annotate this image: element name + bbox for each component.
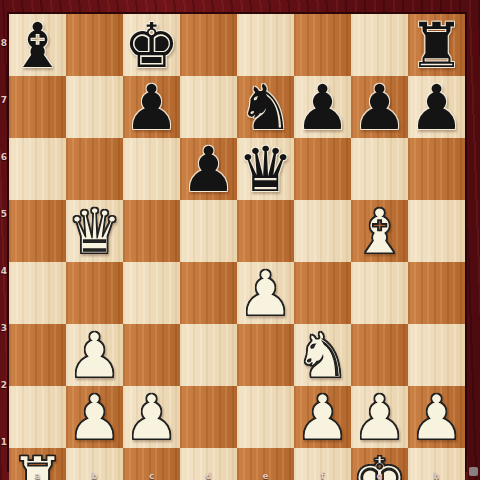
square-a3[interactable] [9,324,66,386]
file-label-h: h [408,472,465,480]
white-pawn-g2[interactable]: ♟ [352,387,408,449]
square-e2[interactable] [237,386,294,448]
square-d7[interactable] [180,76,237,138]
square-h2[interactable]: ♟ [408,386,465,448]
rank-label-5: 5 [0,209,8,219]
square-c6[interactable] [123,138,180,200]
square-a8[interactable]: ♝ [9,14,66,76]
square-f8[interactable] [294,14,351,76]
square-f6[interactable] [294,138,351,200]
square-h7[interactable]: ♟ [408,76,465,138]
square-a5[interactable] [9,200,66,262]
square-b7[interactable] [66,76,123,138]
white-pawn-c2[interactable]: ♟ [124,387,180,449]
white-pawn-h2[interactable]: ♟ [409,387,465,449]
square-a4[interactable] [9,262,66,324]
black-king-c8[interactable]: ♚ [124,15,180,77]
square-g7[interactable]: ♟ [351,76,408,138]
square-d2[interactable] [180,386,237,448]
square-g2[interactable]: ♟ [351,386,408,448]
square-g6[interactable] [351,138,408,200]
square-d3[interactable] [180,324,237,386]
square-f4[interactable] [294,262,351,324]
black-knight-e7[interactable]: ♞ [238,77,294,139]
rank-label-3: 3 [0,323,8,333]
square-d8[interactable] [180,14,237,76]
square-f3[interactable]: ♞ [294,324,351,386]
square-f7[interactable]: ♟ [294,76,351,138]
file-label-c: c [123,472,180,480]
square-d4[interactable] [180,262,237,324]
square-c3[interactable] [123,324,180,386]
square-a6[interactable] [9,138,66,200]
file-label-d: d [180,472,237,480]
square-d5[interactable] [180,200,237,262]
file-label-e: e [237,472,294,480]
square-e3[interactable] [237,324,294,386]
square-g8[interactable] [351,14,408,76]
square-e8[interactable] [237,14,294,76]
square-c8[interactable]: ♚ [123,14,180,76]
square-f5[interactable] [294,200,351,262]
white-queen-b5[interactable]: ♛ [67,201,123,263]
square-g3[interactable] [351,324,408,386]
rank-label-7: 7 [0,95,8,105]
black-queen-e6[interactable]: ♛ [238,139,294,201]
square-e4[interactable]: ♟ [237,262,294,324]
file-label-g: g [351,472,408,480]
square-e7[interactable]: ♞ [237,76,294,138]
square-h8[interactable]: ♜ [408,14,465,76]
square-h5[interactable] [408,200,465,262]
black-pawn-f7[interactable]: ♟ [295,77,351,139]
square-b6[interactable] [66,138,123,200]
board-frame: ♝♚♜♟♞♟♟♟♟♛♛♝♟♟♞♟♟♟♟♟♜♚ 87654321 abcdefgh [0,0,480,480]
white-knight-f3[interactable]: ♞ [295,325,351,387]
rank-label-2: 2 [0,380,8,390]
square-a2[interactable] [9,386,66,448]
black-pawn-d6[interactable]: ♟ [181,139,237,201]
square-h4[interactable] [408,262,465,324]
square-a7[interactable] [9,76,66,138]
black-pawn-g7[interactable]: ♟ [352,77,408,139]
rank-label-1: 1 [0,437,8,447]
square-c2[interactable]: ♟ [123,386,180,448]
black-pawn-c7[interactable]: ♟ [124,77,180,139]
white-pawn-b3[interactable]: ♟ [67,325,123,387]
square-c4[interactable] [123,262,180,324]
square-b5[interactable]: ♛ [66,200,123,262]
chess-board: ♝♚♜♟♞♟♟♟♟♛♛♝♟♟♞♟♟♟♟♟♜♚ [7,12,467,472]
square-g4[interactable] [351,262,408,324]
square-b2[interactable]: ♟ [66,386,123,448]
file-label-f: f [294,472,351,480]
square-b3[interactable]: ♟ [66,324,123,386]
square-h3[interactable] [408,324,465,386]
file-label-a: a [9,472,66,480]
square-b8[interactable] [66,14,123,76]
rank-label-6: 6 [0,152,8,162]
square-g5[interactable]: ♝ [351,200,408,262]
black-rook-h8[interactable]: ♜ [409,15,465,77]
square-c7[interactable]: ♟ [123,76,180,138]
square-b4[interactable] [66,262,123,324]
white-pawn-f2[interactable]: ♟ [295,387,351,449]
square-h6[interactable] [408,138,465,200]
rank-label-4: 4 [0,266,8,276]
square-d6[interactable]: ♟ [180,138,237,200]
white-pawn-b2[interactable]: ♟ [67,387,123,449]
square-e5[interactable] [237,200,294,262]
white-bishop-g5[interactable]: ♝ [352,201,408,263]
square-e6[interactable]: ♛ [237,138,294,200]
corner-grip-dot [469,467,478,476]
black-bishop-a8[interactable]: ♝ [10,15,66,77]
rank-label-8: 8 [0,38,8,48]
white-pawn-e4[interactable]: ♟ [238,263,294,325]
square-f2[interactable]: ♟ [294,386,351,448]
black-pawn-h7[interactable]: ♟ [409,77,465,139]
file-label-b: b [66,472,123,480]
square-c5[interactable] [123,200,180,262]
